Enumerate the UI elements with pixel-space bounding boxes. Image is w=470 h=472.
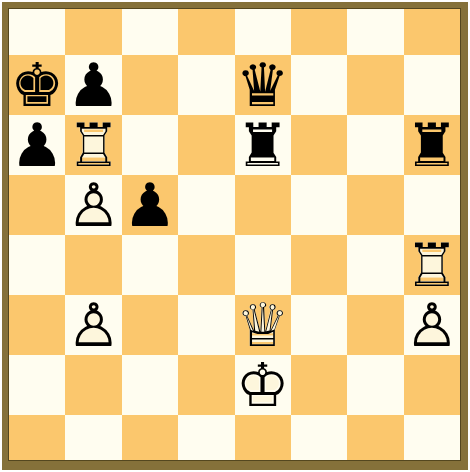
white-pawn-outline-icon: ♙ bbox=[67, 175, 121, 235]
square-e8[interactable] bbox=[235, 9, 291, 55]
piece-black-pawn[interactable]: ♟ bbox=[67, 55, 121, 115]
piece-black-king[interactable]: ♚ bbox=[10, 55, 64, 115]
piece-black-rook[interactable]: ♜ bbox=[236, 115, 290, 175]
square-b8[interactable] bbox=[65, 9, 121, 55]
piece-white-king[interactable]: ♚♔ bbox=[236, 355, 290, 415]
piece-white-pawn[interactable]: ♟♙ bbox=[67, 295, 121, 355]
white-pawn-outline-icon: ♙ bbox=[67, 295, 121, 355]
piece-black-pawn[interactable]: ♟ bbox=[123, 175, 177, 235]
black-rook-icon: ♜ bbox=[405, 115, 459, 175]
square-h4[interactable]: ♜♖ bbox=[404, 235, 460, 295]
square-b2[interactable] bbox=[65, 355, 121, 415]
square-c8[interactable] bbox=[122, 9, 178, 55]
square-f2[interactable] bbox=[291, 355, 347, 415]
square-f5[interactable] bbox=[291, 175, 347, 235]
square-a2[interactable] bbox=[9, 355, 65, 415]
square-c1[interactable] bbox=[122, 415, 178, 461]
black-pawn-icon: ♟ bbox=[67, 55, 121, 115]
chessboard-frame: ♚♟♛♟♜♖♜♜♟♙♟♜♖♟♙♛♕♟♙♚♔ bbox=[2, 2, 468, 470]
square-c2[interactable] bbox=[122, 355, 178, 415]
square-a8[interactable] bbox=[9, 9, 65, 55]
square-f4[interactable] bbox=[291, 235, 347, 295]
square-h5[interactable] bbox=[404, 175, 460, 235]
square-g6[interactable] bbox=[347, 115, 403, 175]
square-a4[interactable] bbox=[9, 235, 65, 295]
piece-black-rook[interactable]: ♜ bbox=[405, 115, 459, 175]
square-f7[interactable] bbox=[291, 55, 347, 115]
square-b6[interactable]: ♜♖ bbox=[65, 115, 121, 175]
piece-white-rook[interactable]: ♜♖ bbox=[405, 235, 459, 295]
square-c6[interactable] bbox=[122, 115, 178, 175]
piece-black-pawn[interactable]: ♟ bbox=[10, 115, 64, 175]
square-h2[interactable] bbox=[404, 355, 460, 415]
square-h7[interactable] bbox=[404, 55, 460, 115]
square-e4[interactable] bbox=[235, 235, 291, 295]
square-c4[interactable] bbox=[122, 235, 178, 295]
square-c3[interactable] bbox=[122, 295, 178, 355]
square-e2[interactable]: ♚♔ bbox=[235, 355, 291, 415]
square-f3[interactable] bbox=[291, 295, 347, 355]
square-d8[interactable] bbox=[178, 9, 234, 55]
square-e7[interactable]: ♛ bbox=[235, 55, 291, 115]
piece-black-queen[interactable]: ♛ bbox=[236, 55, 290, 115]
black-pawn-icon: ♟ bbox=[10, 115, 64, 175]
white-king-outline-icon: ♔ bbox=[236, 355, 290, 415]
square-f8[interactable] bbox=[291, 9, 347, 55]
square-a5[interactable] bbox=[9, 175, 65, 235]
piece-white-pawn[interactable]: ♟♙ bbox=[67, 175, 121, 235]
square-a7[interactable]: ♚ bbox=[9, 55, 65, 115]
piece-white-rook[interactable]: ♜♖ bbox=[67, 115, 121, 175]
square-e1[interactable] bbox=[235, 415, 291, 461]
white-pawn-outline-icon: ♙ bbox=[405, 295, 459, 355]
square-a3[interactable] bbox=[9, 295, 65, 355]
square-h6[interactable]: ♜ bbox=[404, 115, 460, 175]
square-e3[interactable]: ♛♕ bbox=[235, 295, 291, 355]
square-d2[interactable] bbox=[178, 355, 234, 415]
square-d5[interactable] bbox=[178, 175, 234, 235]
white-rook-outline-icon: ♖ bbox=[67, 115, 121, 175]
black-king-icon: ♚ bbox=[10, 55, 64, 115]
square-c5[interactable]: ♟ bbox=[122, 175, 178, 235]
diagram-margin: ♚♟♛♟♜♖♜♜♟♙♟♜♖♟♙♛♕♟♙♚♔ bbox=[0, 0, 470, 472]
square-d7[interactable] bbox=[178, 55, 234, 115]
square-b3[interactable]: ♟♙ bbox=[65, 295, 121, 355]
square-f1[interactable] bbox=[291, 415, 347, 461]
white-rook-outline-icon: ♖ bbox=[405, 235, 459, 295]
piece-white-pawn[interactable]: ♟♙ bbox=[405, 295, 459, 355]
square-a6[interactable]: ♟ bbox=[9, 115, 65, 175]
square-d4[interactable] bbox=[178, 235, 234, 295]
square-b4[interactable] bbox=[65, 235, 121, 295]
square-b5[interactable]: ♟♙ bbox=[65, 175, 121, 235]
square-d3[interactable] bbox=[178, 295, 234, 355]
black-rook-icon: ♜ bbox=[236, 115, 290, 175]
square-d6[interactable] bbox=[178, 115, 234, 175]
square-e6[interactable]: ♜ bbox=[235, 115, 291, 175]
square-h3[interactable]: ♟♙ bbox=[404, 295, 460, 355]
square-b1[interactable] bbox=[65, 415, 121, 461]
square-e5[interactable] bbox=[235, 175, 291, 235]
square-g2[interactable] bbox=[347, 355, 403, 415]
square-a1[interactable] bbox=[9, 415, 65, 461]
square-d1[interactable] bbox=[178, 415, 234, 461]
square-g4[interactable] bbox=[347, 235, 403, 295]
square-b7[interactable]: ♟ bbox=[65, 55, 121, 115]
square-g3[interactable] bbox=[347, 295, 403, 355]
square-g8[interactable] bbox=[347, 9, 403, 55]
black-pawn-icon: ♟ bbox=[123, 175, 177, 235]
black-queen-icon: ♛ bbox=[236, 55, 290, 115]
square-h1[interactable] bbox=[404, 415, 460, 461]
square-f6[interactable] bbox=[291, 115, 347, 175]
square-g7[interactable] bbox=[347, 55, 403, 115]
square-h8[interactable] bbox=[404, 9, 460, 55]
chessboard: ♚♟♛♟♜♖♜♜♟♙♟♜♖♟♙♛♕♟♙♚♔ bbox=[9, 9, 460, 460]
square-c7[interactable] bbox=[122, 55, 178, 115]
square-g5[interactable] bbox=[347, 175, 403, 235]
white-queen-outline-icon: ♕ bbox=[236, 295, 290, 355]
square-g1[interactable] bbox=[347, 415, 403, 461]
piece-white-queen[interactable]: ♛♕ bbox=[236, 295, 290, 355]
